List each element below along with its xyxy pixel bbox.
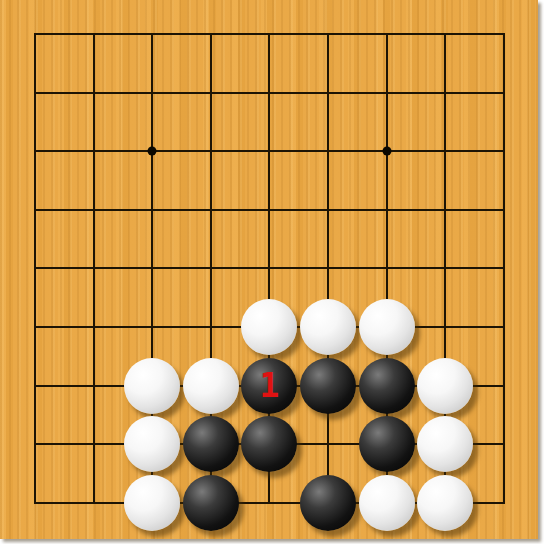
- stone-black: [359, 358, 415, 414]
- stone-white: [124, 358, 180, 414]
- stone-white: [359, 299, 415, 355]
- go-board[interactable]: 1: [0, 0, 538, 539]
- stone-white: [300, 299, 356, 355]
- stone-black: 1: [241, 358, 297, 414]
- page: 1: [0, 0, 544, 544]
- stone-white: [417, 416, 473, 472]
- stone-black: [300, 475, 356, 531]
- stone-white: [417, 475, 473, 531]
- stone-black: [359, 416, 415, 472]
- move-number-label: 1: [259, 369, 279, 402]
- grid-line-horizontal: [34, 267, 505, 269]
- stone-white: [124, 475, 180, 531]
- stone-black: [300, 358, 356, 414]
- stone-white: [241, 299, 297, 355]
- stone-black: [183, 416, 239, 472]
- stone-white: [359, 475, 415, 531]
- star-point: [382, 147, 391, 156]
- star-point: [148, 147, 157, 156]
- grid-line-vertical: [327, 33, 329, 504]
- stone-white: [417, 358, 473, 414]
- grid-line-vertical: [503, 33, 505, 504]
- stone-white: [183, 358, 239, 414]
- stone-white: [124, 416, 180, 472]
- stone-black: [183, 475, 239, 531]
- stone-black: [241, 416, 297, 472]
